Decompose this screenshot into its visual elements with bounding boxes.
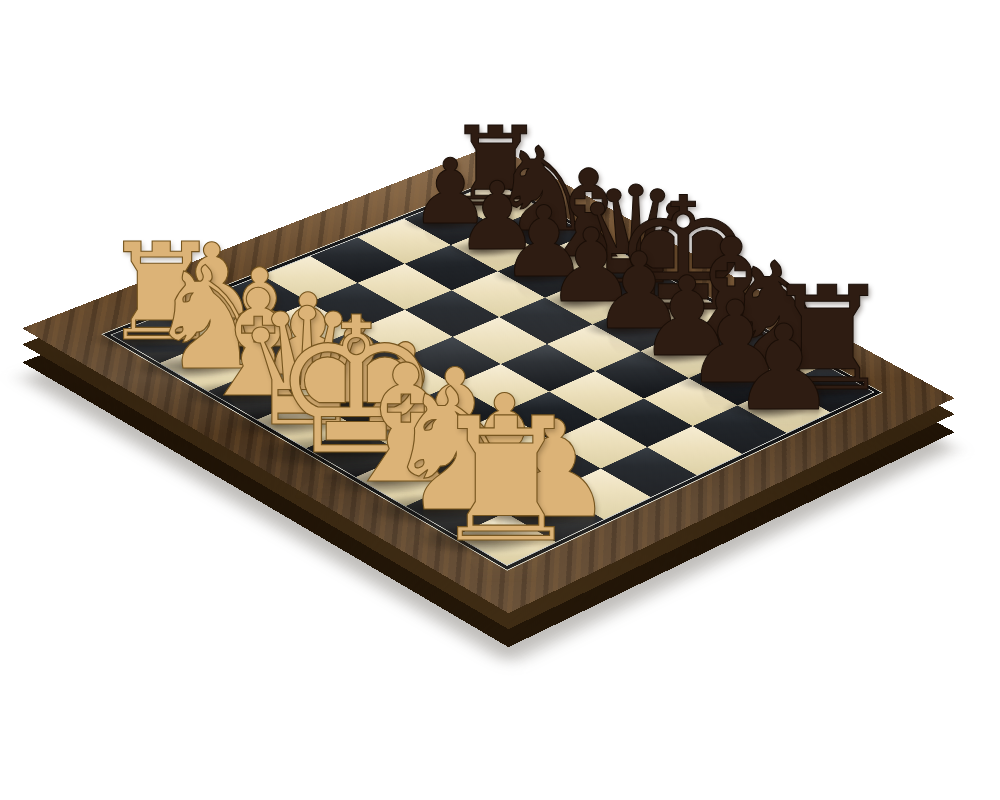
- white-rook[interactable]: ♜: [429, 395, 583, 566]
- pieces-layer: ♜♜♞♞♝♝♛♛♚♚♝♝♞♞♜♜♟♟♟♟♟♟♟♟♟♟♟♟♟♟♟♟♟♟♟♟♟♟♟♟…: [0, 0, 1000, 800]
- chess-set-photo: ♜♜♞♞♝♝♛♛♚♚♝♝♞♞♜♜♟♟♟♟♟♟♟♟♟♟♟♟♟♟♟♟♟♟♟♟♟♟♟♟…: [0, 0, 1000, 800]
- black-pawn[interactable]: ♟: [731, 310, 837, 428]
